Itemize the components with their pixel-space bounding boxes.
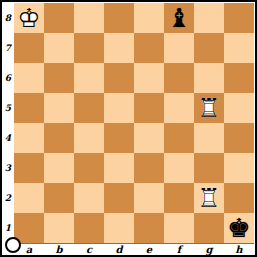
square-a8[interactable]: ♚♔ — [14, 3, 44, 33]
square-c2[interactable] — [74, 183, 104, 213]
square-g6[interactable] — [194, 63, 224, 93]
square-g1[interactable] — [194, 213, 224, 243]
rank-label-5: 5 — [2, 93, 14, 123]
square-f7[interactable] — [164, 33, 194, 63]
white-rook-g5: ♜♖ — [194, 93, 224, 123]
square-f5[interactable] — [164, 93, 194, 123]
square-a3[interactable] — [14, 153, 44, 183]
square-h8[interactable] — [224, 3, 254, 33]
square-d1[interactable] — [104, 213, 134, 243]
square-g3[interactable] — [194, 153, 224, 183]
square-e1[interactable] — [134, 213, 164, 243]
black-bishop-icon: ♝ — [164, 3, 194, 33]
file-label-c: c — [74, 243, 104, 256]
square-h7[interactable] — [224, 33, 254, 63]
square-b1[interactable] — [44, 213, 74, 243]
square-d2[interactable] — [104, 183, 134, 213]
square-e2[interactable] — [134, 183, 164, 213]
file-label-g: g — [194, 243, 224, 256]
rank-label-4: 4 — [2, 123, 14, 153]
file-label-h: h — [224, 243, 254, 256]
square-c4[interactable] — [74, 123, 104, 153]
square-g5[interactable]: ♜♖ — [194, 93, 224, 123]
square-b7[interactable] — [44, 33, 74, 63]
square-b4[interactable] — [44, 123, 74, 153]
square-b3[interactable] — [44, 153, 74, 183]
square-f8[interactable]: ♝ — [164, 3, 194, 33]
file-label-e: e — [134, 243, 164, 256]
square-f3[interactable] — [164, 153, 194, 183]
white-king-icon: ♔ — [14, 3, 44, 33]
rank-label-3: 3 — [2, 153, 14, 183]
square-f2[interactable] — [164, 183, 194, 213]
white-rook-g2: ♜♖ — [194, 183, 224, 213]
square-h1[interactable]: ♚ — [224, 213, 254, 243]
chess-board: ♚♔♝♜♖♜♖♚ — [14, 3, 254, 244]
square-c8[interactable] — [74, 3, 104, 33]
square-d6[interactable] — [104, 63, 134, 93]
square-e5[interactable] — [134, 93, 164, 123]
white-to-move-indicator — [5, 237, 21, 253]
file-label-b: b — [44, 243, 74, 256]
file-label-d: d — [104, 243, 134, 256]
square-f6[interactable] — [164, 63, 194, 93]
square-f4[interactable] — [164, 123, 194, 153]
square-b2[interactable] — [44, 183, 74, 213]
square-c1[interactable] — [74, 213, 104, 243]
square-b6[interactable] — [44, 63, 74, 93]
square-b8[interactable] — [44, 3, 74, 33]
square-e4[interactable] — [134, 123, 164, 153]
square-h5[interactable] — [224, 93, 254, 123]
square-h6[interactable] — [224, 63, 254, 93]
file-label-f: f — [164, 243, 194, 256]
square-h3[interactable] — [224, 153, 254, 183]
square-a5[interactable] — [14, 93, 44, 123]
rank-label-2: 2 — [2, 183, 14, 213]
square-h2[interactable] — [224, 183, 254, 213]
square-e7[interactable] — [134, 33, 164, 63]
square-a7[interactable] — [14, 33, 44, 63]
square-d5[interactable] — [104, 93, 134, 123]
square-e6[interactable] — [134, 63, 164, 93]
square-e8[interactable] — [134, 3, 164, 33]
chess-diagram: ♚♔♝♜♖♜♖♚ 87654321 abcdefgh — [0, 0, 257, 257]
white-rook-icon: ♖ — [194, 93, 224, 123]
square-d8[interactable] — [104, 3, 134, 33]
square-a6[interactable] — [14, 63, 44, 93]
square-d3[interactable] — [104, 153, 134, 183]
white-king-a8: ♚♔ — [14, 3, 44, 33]
rank-label-8: 8 — [2, 3, 14, 33]
square-d4[interactable] — [104, 123, 134, 153]
square-a4[interactable] — [14, 123, 44, 153]
black-king-h1: ♚ — [224, 213, 254, 243]
black-bishop-f8: ♝ — [164, 3, 194, 33]
square-g8[interactable] — [194, 3, 224, 33]
rank-label-7: 7 — [2, 33, 14, 63]
black-king-icon: ♚ — [224, 213, 254, 243]
white-rook-icon: ♖ — [194, 183, 224, 213]
square-g4[interactable] — [194, 123, 224, 153]
square-c7[interactable] — [74, 33, 104, 63]
square-e3[interactable] — [134, 153, 164, 183]
square-d7[interactable] — [104, 33, 134, 63]
rank-label-6: 6 — [2, 63, 14, 93]
square-b5[interactable] — [44, 93, 74, 123]
square-c5[interactable] — [74, 93, 104, 123]
square-f1[interactable] — [164, 213, 194, 243]
square-c6[interactable] — [74, 63, 104, 93]
square-g7[interactable] — [194, 33, 224, 63]
square-h4[interactable] — [224, 123, 254, 153]
square-g2[interactable]: ♜♖ — [194, 183, 224, 213]
square-a2[interactable] — [14, 183, 44, 213]
square-c3[interactable] — [74, 153, 104, 183]
